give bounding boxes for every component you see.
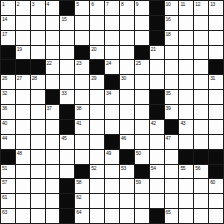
clue-number: 45	[61, 135, 66, 141]
cell-r6c10[interactable]	[135, 75, 149, 89]
clue-number: 11	[180, 1, 185, 7]
cell-r13c13[interactable]	[179, 179, 193, 193]
cell-r10c4[interactable]	[46, 135, 60, 149]
clue-number: 20	[91, 46, 96, 52]
clue-number: 32	[2, 90, 7, 96]
block-cell-r11c14	[194, 150, 208, 164]
cell-r5c9[interactable]	[120, 60, 134, 74]
clue-number: 13	[210, 1, 215, 7]
clue-number: 23	[76, 60, 81, 66]
clue-number: 25	[136, 60, 141, 66]
block-cell-r15c11	[150, 209, 164, 223]
clue-number: 6	[91, 1, 93, 7]
cell-r9c3[interactable]	[31, 120, 45, 134]
cell-r4c8[interactable]	[105, 46, 119, 60]
cell-r14c1[interactable]: 61	[1, 194, 15, 208]
block-cell-r5c7	[90, 60, 104, 74]
block-cell-r2c11	[150, 16, 164, 30]
cell-r13c9[interactable]	[120, 179, 134, 193]
cell-r1c14[interactable]: 12	[194, 1, 208, 15]
cell-r12c8[interactable]	[105, 165, 119, 179]
clue-number: 36	[2, 105, 7, 111]
clue-number: 57	[2, 179, 7, 185]
cell-r3c4[interactable]	[46, 31, 60, 45]
cell-r1c15[interactable]: 13	[209, 1, 223, 15]
cell-r6c6[interactable]	[75, 75, 89, 89]
block-cell-r10c8	[105, 135, 119, 149]
cell-r10c13[interactable]	[179, 135, 193, 149]
cell-r7c1[interactable]: 32	[1, 90, 15, 104]
cell-r14c15[interactable]	[209, 194, 223, 208]
cell-r14c4[interactable]	[46, 194, 60, 208]
block-cell-r12c15	[209, 165, 223, 179]
cell-r12c11[interactable]: 54	[150, 165, 164, 179]
cell-r11c12[interactable]	[165, 150, 179, 164]
cell-r10c5[interactable]: 45	[60, 135, 74, 149]
cell-r7c6[interactable]	[75, 90, 89, 104]
cell-r8c9[interactable]	[120, 105, 134, 119]
cell-r6c3[interactable]: 28	[31, 75, 45, 89]
cell-r11c11[interactable]	[150, 150, 164, 164]
cell-r8c14[interactable]	[194, 105, 208, 119]
cell-r11c8[interactable]: 49	[105, 150, 119, 164]
clue-number: 17	[2, 31, 7, 37]
clue-number: 42	[151, 120, 156, 126]
cell-r3c2[interactable]	[16, 31, 30, 45]
clue-number: 27	[17, 75, 22, 81]
cell-r4c12[interactable]	[165, 46, 179, 60]
block-cell-r5c1	[1, 60, 15, 74]
clue-number: 37	[47, 105, 52, 111]
block-cell-r11c1	[1, 150, 15, 164]
cell-r3c10[interactable]	[135, 31, 149, 45]
cell-r15c15[interactable]	[209, 209, 223, 223]
cell-r15c7[interactable]	[90, 209, 104, 223]
cell-r14c9[interactable]	[120, 194, 134, 208]
cell-r3c5[interactable]	[60, 31, 74, 45]
clue-number: 62	[76, 194, 81, 200]
block-cell-r3c11	[150, 31, 164, 45]
cell-r3c15[interactable]	[209, 31, 223, 45]
cell-r10c12[interactable]: 47	[165, 135, 179, 149]
block-cell-r11c9	[120, 150, 134, 164]
cell-r1c3[interactable]: 3	[31, 1, 45, 15]
cell-r9c2[interactable]	[16, 120, 30, 134]
clue-number: 38	[76, 105, 81, 111]
cell-r11c4[interactable]	[46, 150, 60, 164]
cell-r4c3[interactable]	[31, 46, 45, 60]
clue-number: 31	[210, 75, 215, 81]
cell-r7c12[interactable]: 35	[165, 90, 179, 104]
clue-number: 4	[47, 1, 49, 7]
cell-r8c3[interactable]	[31, 105, 45, 119]
cell-r13c2[interactable]	[16, 179, 30, 193]
cell-r15c12[interactable]: 65	[165, 209, 179, 223]
cell-r2c6[interactable]	[75, 16, 89, 30]
clue-number: 43	[180, 120, 185, 126]
cell-r6c14[interactable]	[194, 75, 208, 89]
cell-r3c14[interactable]	[194, 31, 208, 45]
block-cell-r12c6	[75, 165, 89, 179]
block-cell-r15c5	[60, 209, 74, 223]
cell-r10c9[interactable]: 46	[120, 135, 134, 149]
cell-r15c2[interactable]	[16, 209, 30, 223]
block-cell-r12c10	[135, 165, 149, 179]
cell-r12c3[interactable]	[31, 165, 45, 179]
cell-r6c12[interactable]	[165, 75, 179, 89]
cell-r5c6[interactable]: 23	[75, 60, 89, 74]
cell-r14c14[interactable]	[194, 194, 208, 208]
cell-r13c8[interactable]	[105, 179, 119, 193]
clue-number: 39	[166, 105, 171, 111]
cell-r13c14[interactable]	[194, 179, 208, 193]
cell-r10c11[interactable]	[150, 135, 164, 149]
cell-r8c1[interactable]: 36	[1, 105, 15, 119]
cell-r14c6[interactable]: 62	[75, 194, 89, 208]
cell-r2c8[interactable]	[105, 16, 119, 30]
cell-r6c7[interactable]: 29	[90, 75, 104, 89]
cell-r7c15[interactable]	[209, 90, 223, 104]
cell-r14c10[interactable]	[135, 194, 149, 208]
cell-r8c7[interactable]	[90, 105, 104, 119]
clue-number: 30	[121, 75, 126, 81]
cell-r12c2[interactable]	[16, 165, 30, 179]
clue-number: 52	[91, 165, 96, 171]
cell-r7c14[interactable]	[194, 90, 208, 104]
cell-r2c2[interactable]	[16, 16, 30, 30]
cell-r1c1[interactable]: 1	[1, 1, 15, 15]
cell-r10c6[interactable]	[75, 135, 89, 149]
block-cell-r4c10	[135, 46, 149, 60]
block-cell-r6c8	[105, 75, 119, 89]
block-cell-r5c15	[209, 60, 223, 74]
cell-r13c6[interactable]: 58	[75, 179, 89, 193]
cell-r11c10[interactable]: 50	[135, 150, 149, 164]
cell-r3c13[interactable]	[179, 31, 193, 45]
cell-r8c2[interactable]	[16, 105, 30, 119]
cell-r15c8[interactable]	[105, 209, 119, 223]
cell-r12c1[interactable]: 51	[1, 165, 15, 179]
block-cell-r4c1	[1, 46, 15, 60]
cell-r14c12[interactable]	[165, 194, 179, 208]
cell-r7c5[interactable]: 33	[60, 90, 74, 104]
cell-r13c15[interactable]: 60	[209, 179, 223, 193]
clue-number: 58	[76, 179, 81, 185]
cell-r2c1[interactable]: 14	[1, 16, 15, 30]
cell-r10c7[interactable]	[90, 135, 104, 149]
cell-r10c1[interactable]: 44	[1, 135, 15, 149]
block-cell-r11c13	[179, 150, 193, 164]
cell-r12c12[interactable]	[165, 165, 179, 179]
block-cell-r1c11	[150, 1, 164, 15]
cell-r4c7[interactable]: 20	[90, 46, 104, 60]
cell-r9c11[interactable]: 42	[150, 120, 164, 134]
cell-r13c10[interactable]: 59	[135, 179, 149, 193]
cell-r2c10[interactable]	[135, 16, 149, 30]
cell-r10c15[interactable]	[209, 135, 223, 149]
cell-r4c2[interactable]: 19	[16, 46, 30, 60]
cell-r1c12[interactable]: 10	[165, 1, 179, 15]
cell-r8c4[interactable]: 37	[46, 105, 60, 119]
cell-r7c13[interactable]	[179, 90, 193, 104]
cell-r2c9[interactable]	[120, 16, 134, 30]
cell-r1c9[interactable]: 8	[120, 1, 134, 15]
crossword-grid: 1234567891011121314151617181920212223242…	[0, 0, 224, 224]
cell-r11c5[interactable]	[60, 150, 74, 164]
block-cell-r9c5	[60, 120, 74, 134]
cell-r6c5[interactable]	[60, 75, 74, 89]
clue-number: 3	[32, 1, 34, 7]
cell-r8c12[interactable]: 39	[165, 105, 179, 119]
cell-r2c5[interactable]: 15	[60, 16, 74, 30]
cell-r12c9[interactable]: 53	[120, 165, 134, 179]
cell-r5c10[interactable]: 25	[135, 60, 149, 74]
cell-r11c7[interactable]	[90, 150, 104, 164]
cell-r2c7[interactable]	[90, 16, 104, 30]
cell-r8c10[interactable]	[135, 105, 149, 119]
clue-number: 29	[91, 75, 96, 81]
cell-r3c12[interactable]: 18	[165, 31, 179, 45]
cell-r9c9[interactable]	[120, 120, 134, 134]
clue-number: 63	[2, 209, 7, 215]
cell-r6c2[interactable]: 27	[16, 75, 30, 89]
clue-number: 51	[2, 165, 7, 171]
clue-number: 55	[180, 165, 185, 171]
clue-number: 64	[76, 209, 81, 215]
cell-r4c13[interactable]	[179, 46, 193, 60]
cell-r3c9[interactable]	[120, 31, 134, 45]
cell-r15c3[interactable]	[31, 209, 45, 223]
block-cell-r7c4	[46, 90, 60, 104]
clue-number: 28	[32, 75, 37, 81]
clue-number: 10	[166, 1, 171, 7]
clue-number: 53	[121, 165, 126, 171]
cell-r13c11[interactable]	[150, 179, 164, 193]
clue-number: 21	[151, 46, 156, 52]
cell-r9c4[interactable]	[46, 120, 60, 134]
cell-r4c4[interactable]	[46, 46, 60, 60]
clue-number: 61	[2, 194, 7, 200]
cell-r9c15[interactable]	[209, 120, 223, 134]
cell-r12c5[interactable]	[60, 165, 74, 179]
clue-number: 35	[166, 90, 171, 96]
cell-r15c6[interactable]: 64	[75, 209, 89, 223]
cell-r15c14[interactable]	[194, 209, 208, 223]
cell-r1c8[interactable]: 7	[105, 1, 119, 15]
cell-r14c7[interactable]	[90, 194, 104, 208]
cell-r10c10[interactable]	[135, 135, 149, 149]
cell-r7c9[interactable]	[120, 90, 134, 104]
cell-r15c4[interactable]	[46, 209, 60, 223]
cell-r3c8[interactable]	[105, 31, 119, 45]
cell-r2c13[interactable]	[179, 16, 193, 30]
cell-r13c7[interactable]	[90, 179, 104, 193]
cell-r13c12[interactable]	[165, 179, 179, 193]
block-cell-r4c6	[75, 46, 89, 60]
cell-r6c9[interactable]: 30	[120, 75, 134, 89]
cell-r5c14[interactable]	[194, 60, 208, 74]
cell-r4c9[interactable]	[120, 46, 134, 60]
cell-r9c1[interactable]: 40	[1, 120, 15, 134]
cell-r4c14[interactable]	[194, 46, 208, 60]
cell-r5c11[interactable]	[150, 60, 164, 74]
crossword-puzzle: 1234567891011121314151617181920212223242…	[0, 0, 224, 224]
cell-r2c3[interactable]	[31, 16, 45, 30]
cell-r15c1[interactable]: 63	[1, 209, 15, 223]
clue-number: 59	[136, 179, 141, 185]
clue-number: 48	[17, 150, 22, 156]
cell-r2c14[interactable]	[194, 16, 208, 30]
cell-r13c3[interactable]	[31, 179, 45, 193]
cell-r1c6[interactable]: 5	[75, 1, 89, 15]
cell-r12c4[interactable]	[46, 165, 60, 179]
clue-number: 56	[195, 165, 200, 171]
cell-r9c10[interactable]	[135, 120, 149, 134]
cell-r15c10[interactable]	[135, 209, 149, 223]
cell-r6c1[interactable]: 26	[1, 75, 15, 89]
cell-r4c11[interactable]: 21	[150, 46, 164, 60]
cell-r14c3[interactable]	[31, 194, 45, 208]
cell-r2c15[interactable]	[209, 16, 223, 30]
block-cell-r5c2	[16, 60, 30, 74]
clue-number: 34	[106, 90, 111, 96]
clue-number: 40	[2, 120, 7, 126]
cell-r6c4[interactable]	[46, 75, 60, 89]
cell-r7c2[interactable]	[16, 90, 30, 104]
cell-r5c4[interactable]: 22	[46, 60, 60, 74]
clue-number: 12	[195, 1, 200, 7]
clue-number: 7	[106, 1, 108, 7]
block-cell-r7c11	[150, 90, 164, 104]
block-cell-r14c5	[60, 194, 74, 208]
clue-number: 47	[166, 135, 171, 141]
clue-number: 16	[166, 16, 171, 22]
cell-r10c2[interactable]	[16, 135, 30, 149]
cell-r1c4[interactable]: 4	[46, 1, 60, 15]
cell-r1c7[interactable]: 6	[90, 1, 104, 15]
cell-r8c6[interactable]: 38	[75, 105, 89, 119]
cell-r3c7[interactable]	[90, 31, 104, 45]
cell-r6c13[interactable]	[179, 75, 193, 89]
cell-r1c10[interactable]: 9	[135, 1, 149, 15]
clue-number: 54	[151, 165, 156, 171]
clue-number: 26	[2, 75, 7, 81]
clue-number: 49	[106, 150, 111, 156]
cell-r5c5[interactable]	[60, 60, 74, 74]
cell-r9c6[interactable]: 41	[75, 120, 89, 134]
cell-r11c6[interactable]	[75, 150, 89, 164]
cell-r3c1[interactable]: 17	[1, 31, 15, 45]
block-cell-r11c15	[209, 150, 223, 164]
block-cell-r13c5	[60, 179, 74, 193]
clue-number: 60	[210, 179, 215, 185]
cell-r5c12[interactable]	[165, 60, 179, 74]
clue-number: 44	[2, 135, 7, 141]
cell-r12c13[interactable]: 55	[179, 165, 193, 179]
cell-r12c14[interactable]: 56	[194, 165, 208, 179]
cell-r6c11[interactable]	[150, 75, 164, 89]
cell-r1c13[interactable]: 11	[179, 1, 193, 15]
cell-r9c13[interactable]: 43	[179, 120, 193, 134]
clue-number: 33	[61, 90, 66, 96]
cell-r15c9[interactable]	[120, 209, 134, 223]
cell-r8c13[interactable]	[179, 105, 193, 119]
clue-number: 50	[136, 150, 141, 156]
clue-number: 46	[121, 135, 126, 141]
clue-number: 65	[166, 209, 171, 215]
cell-r3c3[interactable]	[31, 31, 45, 45]
block-cell-r8c11	[150, 105, 164, 119]
cell-r7c8[interactable]: 34	[105, 90, 119, 104]
cell-r8c8[interactable]	[105, 105, 119, 119]
cell-r14c2[interactable]	[16, 194, 30, 208]
clue-number: 41	[76, 120, 81, 126]
clue-number: 19	[17, 46, 22, 52]
cell-r13c4[interactable]	[46, 179, 60, 193]
cell-r7c10[interactable]	[135, 90, 149, 104]
clue-number: 5	[76, 1, 78, 7]
cell-r2c12[interactable]: 16	[165, 16, 179, 30]
cell-r1c2[interactable]: 2	[16, 1, 30, 15]
cell-r14c8[interactable]	[105, 194, 119, 208]
cell-r7c3[interactable]	[31, 90, 45, 104]
clue-number: 9	[136, 1, 138, 7]
cell-r2c4[interactable]	[46, 16, 60, 30]
cell-r14c13[interactable]	[179, 194, 193, 208]
cell-r13c1[interactable]: 57	[1, 179, 15, 193]
block-cell-r9c12	[165, 120, 179, 134]
cell-r14c11[interactable]	[150, 194, 164, 208]
cell-r11c2[interactable]: 48	[16, 150, 30, 164]
cell-r12c7[interactable]: 52	[90, 165, 104, 179]
cell-r6c15[interactable]: 31	[209, 75, 223, 89]
cell-r11c3[interactable]	[31, 150, 45, 164]
block-cell-r8c5	[60, 105, 74, 119]
cell-r5c8[interactable]: 24	[105, 60, 119, 74]
cell-r4c15[interactable]	[209, 46, 223, 60]
clue-number: 8	[121, 1, 123, 7]
clue-number: 15	[61, 16, 66, 22]
cell-r9c8[interactable]	[105, 120, 119, 134]
cell-r8c15[interactable]	[209, 105, 223, 119]
clue-number: 1	[2, 1, 4, 7]
cell-r7c7[interactable]	[90, 90, 104, 104]
cell-r5c13[interactable]	[179, 60, 193, 74]
clue-number: 24	[106, 60, 111, 66]
cell-r9c14[interactable]	[194, 120, 208, 134]
clue-number: 14	[2, 16, 7, 22]
cell-r4c5[interactable]	[60, 46, 74, 60]
cell-r10c14[interactable]	[194, 135, 208, 149]
cell-r10c3[interactable]	[31, 135, 45, 149]
clue-number: 18	[166, 31, 171, 37]
cell-r3c6[interactable]	[75, 31, 89, 45]
cell-r15c13[interactable]	[179, 209, 193, 223]
cell-r9c7[interactable]	[90, 120, 104, 134]
clue-number: 22	[47, 60, 52, 66]
block-cell-r5c3	[31, 60, 45, 74]
block-cell-r1c5	[60, 1, 74, 15]
clue-number: 2	[17, 1, 19, 7]
